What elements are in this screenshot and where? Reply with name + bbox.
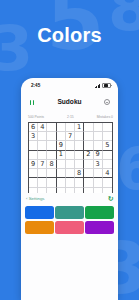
sudoku-cell-r7c8[interactable] [94, 178, 103, 187]
sudoku-cell-r8c6[interactable] [75, 188, 84, 193]
decor-digit: 6 [116, 140, 139, 198]
color-swatches [25, 206, 114, 234]
sudoku-cell-r3c4[interactable]: 9 [57, 141, 66, 150]
sudoku-cell-r2c3[interactable] [47, 132, 56, 141]
sudoku-cell-r6c9[interactable]: 4 [103, 169, 112, 178]
sudoku-cell-r8c3[interactable] [47, 188, 56, 193]
stats-row: 500 Points 2:15 Mistakes 0 [28, 115, 113, 120]
sudoku-cell-r7c5[interactable] [66, 178, 75, 187]
sudoku-cell-r5c9[interactable] [103, 160, 112, 169]
status-icons [95, 84, 111, 88]
sudoku-cell-r8c4[interactable] [57, 188, 66, 193]
circle-minus-icon[interactable] [104, 99, 110, 105]
sudoku-cell-r3c7[interactable] [84, 141, 93, 150]
sudoku-cell-r8c8[interactable] [94, 188, 103, 193]
nav-bar: Sudoku [21, 97, 118, 110]
sudoku-cell-r3c1[interactable] [29, 141, 38, 150]
sudoku-cell-r4c5[interactable] [66, 151, 75, 160]
sudoku-board-grid: 6413795129978384 [28, 122, 113, 193]
points-label: 500 Points [28, 115, 44, 120]
sudoku-board: 6413795129978384 [28, 122, 113, 193]
settings-back-link[interactable]: ‹ Settings [26, 196, 45, 201]
sudoku-cell-r5c2[interactable]: 7 [38, 160, 47, 169]
color-swatch-teal[interactable] [55, 206, 84, 219]
sudoku-cell-r4c3[interactable] [47, 151, 56, 160]
sudoku-cell-r3c6[interactable] [75, 141, 84, 150]
color-swatch-pink[interactable] [55, 221, 84, 234]
sudoku-cell-r3c9[interactable]: 5 [103, 141, 112, 150]
sudoku-cell-r5c4[interactable] [57, 160, 66, 169]
sudoku-cell-r8c5[interactable] [66, 188, 75, 193]
sudoku-cell-r7c3[interactable] [47, 178, 56, 187]
sudoku-cell-r6c1[interactable] [29, 169, 38, 178]
sudoku-cell-r6c2[interactable] [38, 169, 47, 178]
sudoku-cell-r2c5[interactable]: 7 [66, 132, 75, 141]
color-swatch-green[interactable] [85, 206, 114, 219]
settings-bar: ‹ Settings ↻ [25, 195, 114, 204]
sudoku-cell-r2c2[interactable] [38, 132, 47, 141]
sudoku-cell-r4c7[interactable]: 2 [84, 151, 93, 160]
sudoku-cell-r1c1[interactable]: 6 [29, 123, 38, 132]
sudoku-cell-r2c6[interactable] [75, 132, 84, 141]
sudoku-cell-r5c3[interactable]: 8 [47, 160, 56, 169]
sudoku-cell-r1c6[interactable]: 1 [75, 123, 84, 132]
sudoku-cell-r1c9[interactable] [103, 123, 112, 132]
sudoku-cell-r8c7[interactable] [84, 188, 93, 193]
battery-icon [102, 83, 111, 88]
sudoku-cell-r6c5[interactable] [66, 169, 75, 178]
cellular-signal-icon [95, 84, 100, 88]
sudoku-cell-r3c5[interactable] [66, 141, 75, 150]
status-time: 2:45 [31, 83, 40, 88]
sudoku-cell-r6c3[interactable] [47, 169, 56, 178]
sudoku-cell-r6c4[interactable] [57, 169, 66, 178]
sudoku-cell-r5c8[interactable]: 3 [94, 160, 103, 169]
sudoku-cell-r7c4[interactable] [57, 178, 66, 187]
sudoku-cell-r1c2[interactable]: 4 [38, 123, 47, 132]
sudoku-cell-r6c6[interactable]: 8 [75, 169, 84, 178]
timer-label: 2:15 [67, 115, 74, 120]
sudoku-cell-r1c8[interactable] [94, 123, 103, 132]
sudoku-cell-r8c2[interactable] [38, 188, 47, 193]
status-bar: 2:45 [21, 82, 118, 91]
sudoku-cell-r3c2[interactable] [38, 141, 47, 150]
color-swatch-purple[interactable] [85, 221, 114, 234]
sudoku-cell-r5c5[interactable] [66, 160, 75, 169]
restart-icon[interactable]: ↻ [108, 195, 114, 202]
sudoku-cell-r4c4[interactable]: 1 [57, 151, 66, 160]
sudoku-cell-r1c4[interactable] [57, 123, 66, 132]
sudoku-cell-r5c7[interactable] [84, 160, 93, 169]
sudoku-cell-r7c7[interactable] [84, 178, 93, 187]
color-swatch-orange[interactable] [25, 221, 54, 234]
sudoku-cell-r7c1[interactable] [29, 178, 38, 187]
sudoku-cell-r6c8[interactable] [94, 169, 103, 178]
sudoku-cell-r8c1[interactable] [29, 188, 38, 193]
sudoku-cell-r2c7[interactable] [84, 132, 93, 141]
mistakes-label: Mistakes 0 [97, 115, 113, 120]
sudoku-cell-r6c7[interactable] [84, 169, 93, 178]
sudoku-cell-r3c3[interactable] [47, 141, 56, 150]
sudoku-cell-r4c6[interactable] [75, 151, 84, 160]
phone-mockup: 2:45 Sudoku 500 Points 2:15 Mistakes 0 6… [21, 78, 118, 300]
sudoku-cell-r1c3[interactable] [47, 123, 56, 132]
sudoku-cell-r8c9[interactable] [103, 188, 112, 193]
sudoku-cell-r3c8[interactable] [94, 141, 103, 150]
sudoku-cell-r4c1[interactable] [29, 151, 38, 160]
sudoku-cell-r7c6[interactable] [75, 178, 84, 187]
sudoku-cell-r4c2[interactable] [38, 151, 47, 160]
sudoku-cell-r5c6[interactable] [75, 160, 84, 169]
sudoku-cell-r2c4[interactable] [57, 132, 66, 141]
sudoku-cell-r2c8[interactable] [94, 132, 103, 141]
sudoku-cell-r1c7[interactable] [84, 123, 93, 132]
sudoku-cell-r2c9[interactable] [103, 132, 112, 141]
sudoku-cell-r4c8[interactable]: 9 [94, 151, 103, 160]
sudoku-cell-r7c2[interactable] [38, 178, 47, 187]
page-title: Colors [0, 24, 139, 47]
sudoku-cell-r5c1[interactable]: 9 [29, 160, 38, 169]
sudoku-cell-r7c9[interactable] [103, 178, 112, 187]
sudoku-cell-r2c1[interactable]: 3 [29, 132, 38, 141]
sudoku-cell-r4c9[interactable] [103, 151, 112, 160]
sudoku-cell-r1c5[interactable] [66, 123, 75, 132]
color-swatch-blue[interactable] [25, 206, 54, 219]
